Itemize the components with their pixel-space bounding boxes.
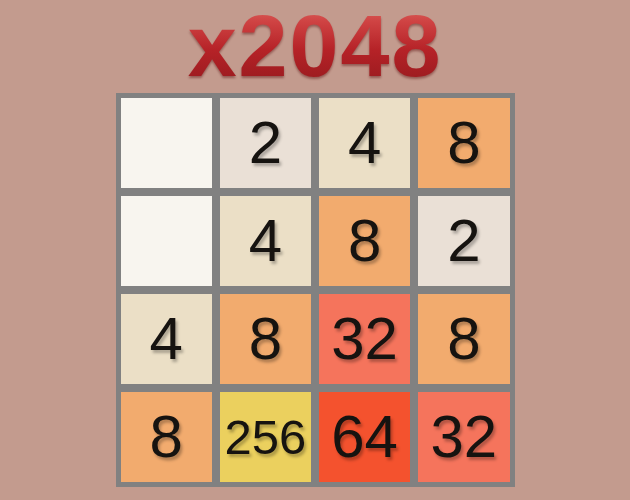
game-board[interactable]: 2484824832882566432 [116,93,515,487]
tile-32-r2c2: 32 [319,294,410,384]
tile-value: 2 [447,211,480,271]
tile-value: 32 [431,407,498,467]
tile-value: 4 [149,309,182,369]
tile-value: 256 [224,413,306,462]
tile-8-r2c3: 8 [418,294,509,384]
tile-256-r3c1: 256 [220,392,311,482]
tile-value: 8 [447,113,480,173]
tile-4-r1c1: 4 [220,196,311,286]
tile-value: 4 [348,113,381,173]
tile-64-r3c2: 64 [319,392,410,482]
tile-value: 2 [249,113,282,173]
tile-value: 4 [249,211,282,271]
empty-cell-r1c0 [121,196,212,286]
tile-4-r0c2: 4 [319,98,410,188]
tile-value: 8 [447,309,480,369]
tile-value: 64 [331,407,398,467]
tile-8-r3c0: 8 [121,392,212,482]
tile-2-r1c3: 2 [418,196,509,286]
tile-8-r1c2: 8 [319,196,410,286]
tile-value: 8 [149,407,182,467]
empty-cell-r0c0 [121,98,212,188]
title-bar: x2048 [0,0,630,92]
tile-4-r2c0: 4 [121,294,212,384]
game-title: x2048 [188,2,443,90]
game-page: x2048 2484824832882566432 [0,0,630,500]
tile-8-r0c3: 8 [418,98,509,188]
tile-value: 8 [348,211,381,271]
tile-32-r3c3: 32 [418,392,509,482]
tile-2-r0c1: 2 [220,98,311,188]
tile-value: 32 [331,309,398,369]
tile-value: 8 [249,309,282,369]
tile-8-r2c1: 8 [220,294,311,384]
